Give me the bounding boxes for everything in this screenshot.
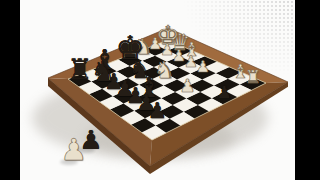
piece-white-pawn-d2[interactable]: ♟ bbox=[196, 60, 210, 76]
captured-black-pawn[interactable]: ♟ bbox=[79, 127, 102, 153]
piece-white-pawn-e2[interactable]: ♟ bbox=[184, 54, 198, 70]
letterbox-left bbox=[0, 0, 20, 180]
piece-white-pawn-g2[interactable]: ♟ bbox=[160, 43, 174, 59]
chess-scene: ♜♝♝♛♚♟♟♟♟♟♟♞♟♞♚♞♝♝♟♟♟♟♟♞♜♟♟ bbox=[0, 0, 320, 180]
piece-black-pawn-a3[interactable]: ♟ bbox=[217, 83, 232, 100]
piece-white-bishop-b1[interactable]: ♝ bbox=[232, 62, 249, 81]
piece-black-rook-h8[interactable]: ♜ bbox=[67, 56, 93, 84]
piece-white-pawn-c4[interactable]: ♟ bbox=[179, 77, 195, 95]
letterbox-right bbox=[295, 0, 320, 180]
piece-black-knight-g7[interactable]: ♞ bbox=[90, 58, 115, 86]
